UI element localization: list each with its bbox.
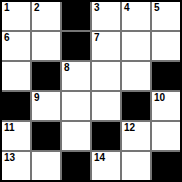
- crossword-grid: 1234567891011121314: [0, 0, 182, 182]
- clue-number-14: 14: [94, 152, 105, 164]
- cell-r1c1[interactable]: 1: [2, 2, 30, 30]
- clue-number-13: 13: [4, 152, 15, 164]
- cell-r2c1[interactable]: 6: [2, 32, 30, 60]
- clue-number-11: 11: [4, 122, 15, 134]
- cell-r6c1[interactable]: 13: [2, 152, 30, 180]
- clue-number-6: 6: [4, 32, 10, 44]
- cell-r1c4[interactable]: 3: [92, 2, 120, 30]
- black-cell-r5c2: [32, 122, 60, 150]
- cell-r2c4[interactable]: 7: [92, 32, 120, 60]
- clue-number-5: 5: [154, 2, 160, 14]
- cell-r6c2[interactable]: [32, 152, 60, 180]
- cell-r5c1[interactable]: 11: [2, 122, 30, 150]
- cell-r3c5[interactable]: [122, 62, 150, 90]
- clue-number-1: 1: [4, 2, 10, 14]
- black-cell-r3c6: [152, 62, 180, 90]
- clue-number-2: 2: [34, 2, 40, 14]
- cell-r6c4[interactable]: 14: [92, 152, 120, 180]
- cell-r1c5[interactable]: 4: [122, 2, 150, 30]
- cell-r3c3[interactable]: 8: [62, 62, 90, 90]
- cell-r3c4[interactable]: [92, 62, 120, 90]
- black-cell-r6c3: [62, 152, 90, 180]
- black-cell-r2c3: [62, 32, 90, 60]
- cell-r4c2[interactable]: 9: [32, 92, 60, 120]
- cell-r5c6[interactable]: [152, 122, 180, 150]
- cell-r2c2[interactable]: [32, 32, 60, 60]
- black-cell-r4c5: [122, 92, 150, 120]
- clue-number-3: 3: [94, 2, 100, 14]
- clue-number-9: 9: [34, 92, 40, 104]
- black-cell-r3c2: [32, 62, 60, 90]
- clue-number-8: 8: [64, 62, 70, 74]
- cell-r2c5[interactable]: [122, 32, 150, 60]
- clue-number-4: 4: [124, 2, 130, 14]
- cell-r2c6[interactable]: [152, 32, 180, 60]
- black-cell-r5c4: [92, 122, 120, 150]
- cell-r1c6[interactable]: 5: [152, 2, 180, 30]
- black-cell-r6c6: [152, 152, 180, 180]
- cell-r4c3[interactable]: [62, 92, 90, 120]
- cell-r1c2[interactable]: 2: [32, 2, 60, 30]
- black-cell-r1c3: [62, 2, 90, 30]
- clue-number-10: 10: [154, 92, 165, 104]
- black-cell-r4c1: [2, 92, 30, 120]
- clue-number-12: 12: [124, 122, 135, 134]
- clue-number-7: 7: [94, 32, 100, 44]
- cell-r5c5[interactable]: 12: [122, 122, 150, 150]
- cell-r6c5[interactable]: [122, 152, 150, 180]
- cell-r4c4[interactable]: [92, 92, 120, 120]
- cell-r5c3[interactable]: [62, 122, 90, 150]
- cell-r4c6[interactable]: 10: [152, 92, 180, 120]
- cell-r3c1[interactable]: [2, 62, 30, 90]
